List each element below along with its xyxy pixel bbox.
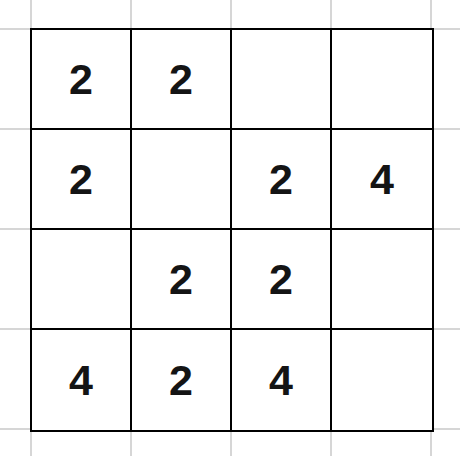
cell-r2c1: 2 bbox=[32, 130, 132, 230]
cell-r3c3: 2 bbox=[232, 230, 332, 330]
cell-r3c4 bbox=[332, 230, 432, 330]
cell-r4c4 bbox=[332, 330, 432, 430]
cell-r2c2 bbox=[132, 130, 232, 230]
cell-r2c3: 2 bbox=[232, 130, 332, 230]
spreadsheet-canvas: 2222422424 bbox=[0, 0, 460, 456]
cell-r1c4 bbox=[332, 30, 432, 130]
cell-r1c1: 2 bbox=[32, 30, 132, 130]
cell-r3c1 bbox=[32, 230, 132, 330]
cell-r1c2: 2 bbox=[132, 30, 232, 130]
cell-r3c2: 2 bbox=[132, 230, 232, 330]
cell-r1c3 bbox=[232, 30, 332, 130]
cell-r4c3: 4 bbox=[232, 330, 332, 430]
cell-r4c1: 4 bbox=[32, 330, 132, 430]
cell-r4c2: 2 bbox=[132, 330, 232, 430]
cell-r2c4: 4 bbox=[332, 130, 432, 230]
game-board-2048: 2222422424 bbox=[30, 28, 434, 432]
